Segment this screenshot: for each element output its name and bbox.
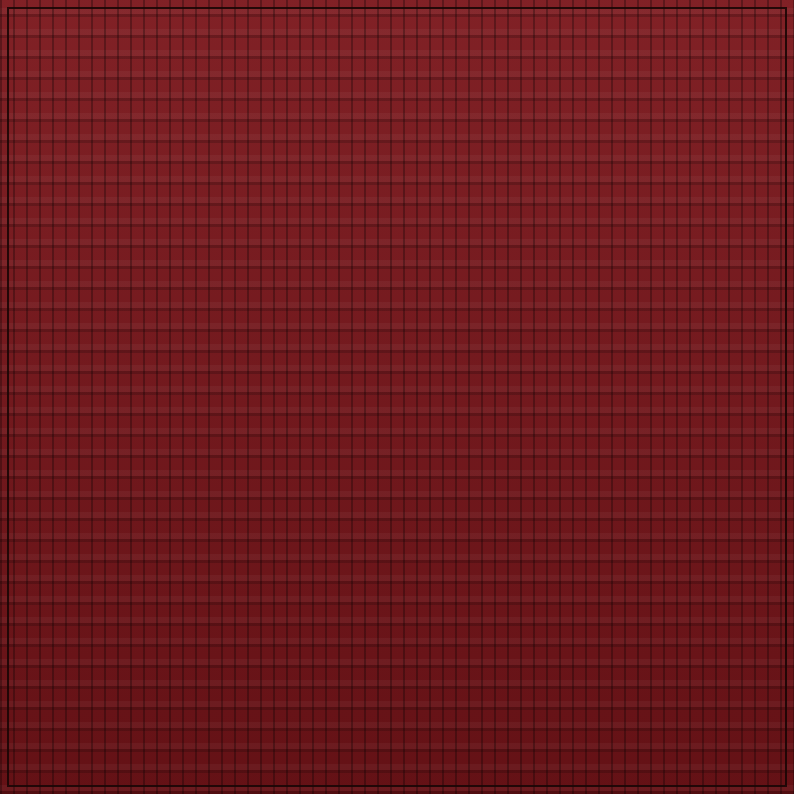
chess-board <box>9 9 785 785</box>
board-frame <box>0 0 794 794</box>
